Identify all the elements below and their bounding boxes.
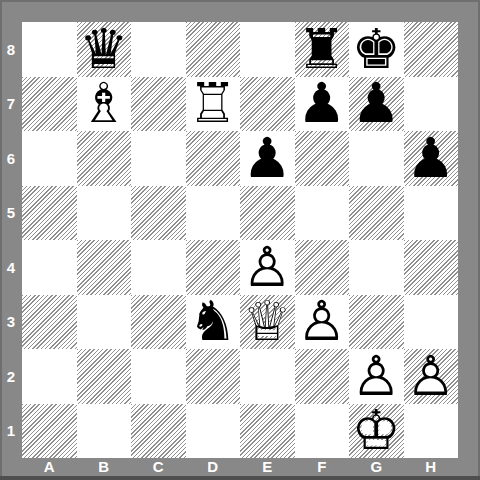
frame-edge-bottom: [0, 476, 480, 480]
square-h7[interactable]: [404, 77, 459, 132]
square-b7[interactable]: ♝♗: [77, 77, 132, 132]
square-c4[interactable]: [131, 240, 186, 295]
square-f3[interactable]: ♟♙: [295, 295, 350, 350]
piece-glyph: ♙: [404, 349, 459, 404]
square-d6[interactable]: [186, 131, 241, 186]
rank-label-3: 3: [0, 295, 22, 350]
square-f8[interactable]: ♜: [295, 22, 350, 77]
square-g1[interactable]: ♚♔: [349, 404, 404, 459]
square-e8[interactable]: [240, 22, 295, 77]
piece-black-pawn-h6[interactable]: ♟: [404, 131, 459, 186]
square-f6[interactable]: [295, 131, 350, 186]
piece-glyph: ♛: [77, 22, 132, 77]
piece-glyph: ♟: [349, 77, 404, 132]
square-e2[interactable]: [240, 349, 295, 404]
square-g8[interactable]: ♚: [349, 22, 404, 77]
square-g7[interactable]: ♟: [349, 77, 404, 132]
piece-glyph: ♟: [295, 77, 350, 132]
piece-white-queen-e3[interactable]: ♛♕: [240, 295, 295, 350]
square-d1[interactable]: [186, 404, 241, 459]
square-h6[interactable]: ♟: [404, 131, 459, 186]
square-a8[interactable]: [22, 22, 77, 77]
square-d8[interactable]: [186, 22, 241, 77]
square-a7[interactable]: [22, 77, 77, 132]
square-g5[interactable]: [349, 186, 404, 241]
square-d2[interactable]: [186, 349, 241, 404]
square-d7[interactable]: ♜♖: [186, 77, 241, 132]
file-label-f: F: [295, 456, 350, 476]
square-d5[interactable]: [186, 186, 241, 241]
file-label-a: A: [22, 456, 77, 476]
square-f2[interactable]: [295, 349, 350, 404]
square-h1[interactable]: [404, 404, 459, 459]
square-b3[interactable]: [77, 295, 132, 350]
square-h4[interactable]: [404, 240, 459, 295]
square-g6[interactable]: [349, 131, 404, 186]
square-e7[interactable]: [240, 77, 295, 132]
square-f5[interactable]: [295, 186, 350, 241]
piece-white-pawn-h2[interactable]: ♟♙: [404, 349, 459, 404]
piece-glyph: ♙: [295, 295, 350, 350]
rank-label-5: 5: [0, 186, 22, 241]
piece-glyph: ♞: [186, 295, 241, 350]
piece-glyph: ♔: [349, 404, 404, 459]
rank-label-8: 8: [0, 22, 22, 77]
piece-glyph: ♖: [186, 77, 241, 132]
piece-glyph: ♗: [77, 77, 132, 132]
square-a2[interactable]: [22, 349, 77, 404]
file-labels: A B C D E F G H: [22, 456, 458, 476]
piece-glyph: ♕: [240, 295, 295, 350]
rank-label-1: 1: [0, 404, 22, 459]
square-e6[interactable]: ♟: [240, 131, 295, 186]
file-label-d: D: [186, 456, 241, 476]
chess-diagram-frame: 8 7 6 5 4 3 2 1 ♛♜♚♝♗♜♖♟♟♟♟♟♙♞♛♕♟♙♟♙♟♙♚♔…: [0, 0, 480, 480]
piece-black-pawn-f7[interactable]: ♟: [295, 77, 350, 132]
chess-board: ♛♜♚♝♗♜♖♟♟♟♟♟♙♞♛♕♟♙♟♙♟♙♚♔: [22, 22, 458, 458]
piece-black-pawn-g7[interactable]: ♟: [349, 77, 404, 132]
frame-edge-top: [0, 0, 480, 2]
piece-glyph: ♟: [404, 131, 459, 186]
square-a4[interactable]: [22, 240, 77, 295]
square-h8[interactable]: [404, 22, 459, 77]
square-a5[interactable]: [22, 186, 77, 241]
square-c7[interactable]: [131, 77, 186, 132]
square-b2[interactable]: [77, 349, 132, 404]
rank-labels: 8 7 6 5 4 3 2 1: [0, 22, 22, 458]
file-label-e: E: [240, 456, 295, 476]
rank-label-2: 2: [0, 349, 22, 404]
piece-glyph: ♚: [349, 22, 404, 77]
square-f4[interactable]: [295, 240, 350, 295]
square-d3[interactable]: ♞: [186, 295, 241, 350]
piece-white-pawn-e4[interactable]: ♟♙: [240, 240, 295, 295]
piece-white-rook-d7[interactable]: ♜♖: [186, 77, 241, 132]
square-a3[interactable]: [22, 295, 77, 350]
square-c3[interactable]: [131, 295, 186, 350]
square-c1[interactable]: [131, 404, 186, 459]
square-b4[interactable]: [77, 240, 132, 295]
square-g4[interactable]: [349, 240, 404, 295]
rank-label-4: 4: [0, 240, 22, 295]
square-f7[interactable]: ♟: [295, 77, 350, 132]
square-g3[interactable]: [349, 295, 404, 350]
piece-glyph: ♜: [295, 22, 350, 77]
file-label-h: H: [404, 456, 459, 476]
piece-glyph: ♙: [349, 349, 404, 404]
square-c2[interactable]: [131, 349, 186, 404]
rank-label-6: 6: [0, 131, 22, 186]
square-b8[interactable]: ♛: [77, 22, 132, 77]
square-h5[interactable]: [404, 186, 459, 241]
square-c8[interactable]: [131, 22, 186, 77]
file-label-b: B: [77, 456, 132, 476]
square-h2[interactable]: ♟♙: [404, 349, 459, 404]
piece-black-pawn-e6[interactable]: ♟: [240, 131, 295, 186]
file-label-c: C: [131, 456, 186, 476]
square-a6[interactable]: [22, 131, 77, 186]
square-e4[interactable]: ♟♙: [240, 240, 295, 295]
piece-black-king-g8[interactable]: ♚: [349, 22, 404, 77]
piece-black-queen-b8[interactable]: ♛: [77, 22, 132, 77]
square-b5[interactable]: [77, 186, 132, 241]
piece-white-king-g1[interactable]: ♚♔: [349, 404, 404, 459]
piece-black-rook-f8[interactable]: ♜: [295, 22, 350, 77]
square-g2[interactable]: ♟♙: [349, 349, 404, 404]
piece-white-pawn-g2[interactable]: ♟♙: [349, 349, 404, 404]
square-c6[interactable]: [131, 131, 186, 186]
square-f1[interactable]: [295, 404, 350, 459]
piece-white-bishop-b7[interactable]: ♝♗: [77, 77, 132, 132]
square-b1[interactable]: [77, 404, 132, 459]
square-d4[interactable]: [186, 240, 241, 295]
square-h3[interactable]: [404, 295, 459, 350]
square-b6[interactable]: [77, 131, 132, 186]
piece-black-knight-d3[interactable]: ♞: [186, 295, 241, 350]
piece-glyph: ♙: [240, 240, 295, 295]
square-e5[interactable]: [240, 186, 295, 241]
file-label-g: G: [349, 456, 404, 476]
piece-white-pawn-f3[interactable]: ♟♙: [295, 295, 350, 350]
square-e3[interactable]: ♛♕: [240, 295, 295, 350]
square-a1[interactable]: [22, 404, 77, 459]
piece-glyph: ♟: [240, 131, 295, 186]
rank-label-7: 7: [0, 77, 22, 132]
square-c5[interactable]: [131, 186, 186, 241]
square-e1[interactable]: [240, 404, 295, 459]
